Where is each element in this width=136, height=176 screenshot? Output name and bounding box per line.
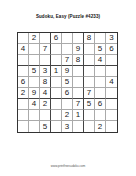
cell-r5c5[interactable]: 5: [62, 77, 73, 88]
cell-r8c8[interactable]: [95, 110, 106, 121]
cell-r5c1[interactable]: 6: [18, 77, 29, 88]
cell-r7c9[interactable]: [106, 99, 117, 110]
cell-r1c4[interactable]: 6: [51, 33, 62, 44]
cell-r3c9[interactable]: [106, 55, 117, 66]
cell-r8c7[interactable]: [84, 110, 95, 121]
cell-r2c1[interactable]: 4: [18, 44, 29, 55]
cell-r6c2[interactable]: 9: [29, 88, 40, 99]
cell-r3c4[interactable]: [51, 55, 62, 66]
cell-r5c7[interactable]: [84, 77, 95, 88]
cell-r7c4[interactable]: [51, 99, 62, 110]
cell-r3c5[interactable]: 7: [62, 55, 73, 66]
cell-r6c8[interactable]: [95, 88, 106, 99]
cell-r5c2[interactable]: [29, 77, 40, 88]
cell-r8c9[interactable]: [106, 110, 117, 121]
cell-r2c6[interactable]: 9: [73, 44, 84, 55]
cell-r3c1[interactable]: [18, 55, 29, 66]
cell-r5c9[interactable]: 4: [106, 77, 117, 88]
cell-r3c8[interactable]: 4: [95, 55, 106, 66]
cell-r5c6[interactable]: [73, 77, 84, 88]
cell-r1c6[interactable]: [73, 33, 84, 44]
cell-r9c5[interactable]: 3: [62, 121, 73, 132]
cell-r2c7[interactable]: [84, 44, 95, 55]
cell-r7c2[interactable]: 4: [29, 99, 40, 110]
cell-r1c9[interactable]: 3: [106, 33, 117, 44]
cell-r5c4[interactable]: [51, 77, 62, 88]
cell-r7c8[interactable]: 6: [95, 99, 106, 110]
cell-r6c9[interactable]: [106, 88, 117, 99]
sudoku-board: 26834795678453196854294674275621532: [17, 32, 118, 133]
cell-r1c1[interactable]: [18, 33, 29, 44]
cell-r7c6[interactable]: 7: [73, 99, 84, 110]
cell-r5c3[interactable]: 8: [40, 77, 51, 88]
cell-r6c3[interactable]: 4: [40, 88, 51, 99]
cell-r9c1[interactable]: [18, 121, 29, 132]
cell-r9c2[interactable]: [29, 121, 40, 132]
cell-r4c9[interactable]: [106, 66, 117, 77]
cell-r2c5[interactable]: [62, 44, 73, 55]
cell-r2c9[interactable]: 6: [106, 44, 117, 55]
cell-r9c6[interactable]: [73, 121, 84, 132]
cell-r4c7[interactable]: [84, 66, 95, 77]
cell-r9c7[interactable]: [84, 121, 95, 132]
cell-r9c8[interactable]: 2: [95, 121, 106, 132]
cell-r6c1[interactable]: 2: [18, 88, 29, 99]
cell-r5c8[interactable]: [95, 77, 106, 88]
cell-r7c5[interactable]: [62, 99, 73, 110]
cell-r6c4[interactable]: [51, 88, 62, 99]
cell-r4c5[interactable]: 9: [62, 66, 73, 77]
cell-r3c2[interactable]: [29, 55, 40, 66]
page-title: Sudoku, Easy (Puzzle #4233): [0, 14, 136, 19]
cell-r3c7[interactable]: [84, 55, 95, 66]
cell-r4c4[interactable]: 1: [51, 66, 62, 77]
cell-r8c3[interactable]: [40, 110, 51, 121]
cell-r4c8[interactable]: [95, 66, 106, 77]
cell-r6c6[interactable]: [73, 88, 84, 99]
cell-r3c6[interactable]: 8: [73, 55, 84, 66]
cell-r1c5[interactable]: [62, 33, 73, 44]
cell-r8c1[interactable]: [18, 110, 29, 121]
cell-r2c3[interactable]: 7: [40, 44, 51, 55]
cell-r4c6[interactable]: [73, 66, 84, 77]
cell-r1c7[interactable]: 8: [84, 33, 95, 44]
cell-r4c3[interactable]: 3: [40, 66, 51, 77]
cell-r7c1[interactable]: [18, 99, 29, 110]
cell-r2c4[interactable]: [51, 44, 62, 55]
cell-r6c7[interactable]: 7: [84, 88, 95, 99]
cell-r7c7[interactable]: 5: [84, 99, 95, 110]
cell-r1c2[interactable]: 2: [29, 33, 40, 44]
cell-r2c8[interactable]: 5: [95, 44, 106, 55]
cell-r1c8[interactable]: [95, 33, 106, 44]
cell-r8c4[interactable]: [51, 110, 62, 121]
cell-r7c3[interactable]: 2: [40, 99, 51, 110]
cell-r6c5[interactable]: 6: [62, 88, 73, 99]
cell-r3c3[interactable]: [40, 55, 51, 66]
cell-r4c2[interactable]: 5: [29, 66, 40, 77]
cell-r8c6[interactable]: 1: [73, 110, 84, 121]
cell-r4c1[interactable]: [18, 66, 29, 77]
cell-r8c2[interactable]: [29, 110, 40, 121]
cell-r1c3[interactable]: [40, 33, 51, 44]
footer-url: www.printfreesudoku.com: [0, 164, 136, 168]
cell-r9c9[interactable]: [106, 121, 117, 132]
cell-r8c5[interactable]: 2: [62, 110, 73, 121]
cell-r2c2[interactable]: [29, 44, 40, 55]
cell-r9c4[interactable]: [51, 121, 62, 132]
cell-r9c3[interactable]: 5: [40, 121, 51, 132]
